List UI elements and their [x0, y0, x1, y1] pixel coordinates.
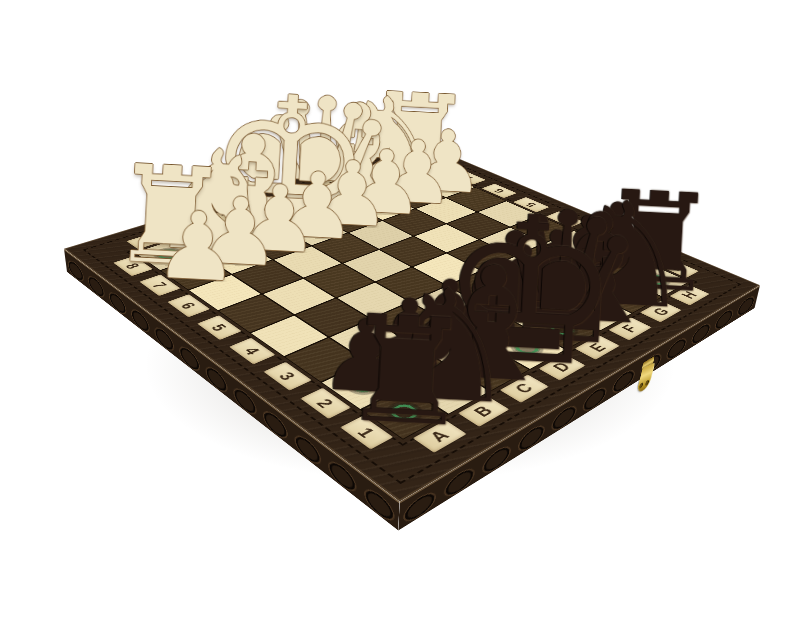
- rank-label-1-sw: 1: [340, 416, 393, 450]
- label-text: 1: [354, 425, 379, 439]
- label-text: H: [387, 160, 403, 166]
- label-text: E: [292, 189, 309, 196]
- label-text: A: [427, 428, 454, 445]
- file-label-a-se: A: [413, 420, 467, 453]
- label-text: G: [356, 169, 373, 176]
- label-text: 7: [149, 281, 170, 290]
- rank-label-6-sw: 6: [167, 294, 210, 317]
- product-photo: 88HH77GG66FF55EE44DD33CC22BB11AA ♜♞♝♚♛♝♞…: [0, 0, 800, 634]
- rank-label-7-sw: 7: [139, 274, 180, 296]
- label-text: 8: [433, 162, 448, 167]
- label-text: 6: [178, 301, 199, 311]
- label-text: F: [325, 179, 341, 186]
